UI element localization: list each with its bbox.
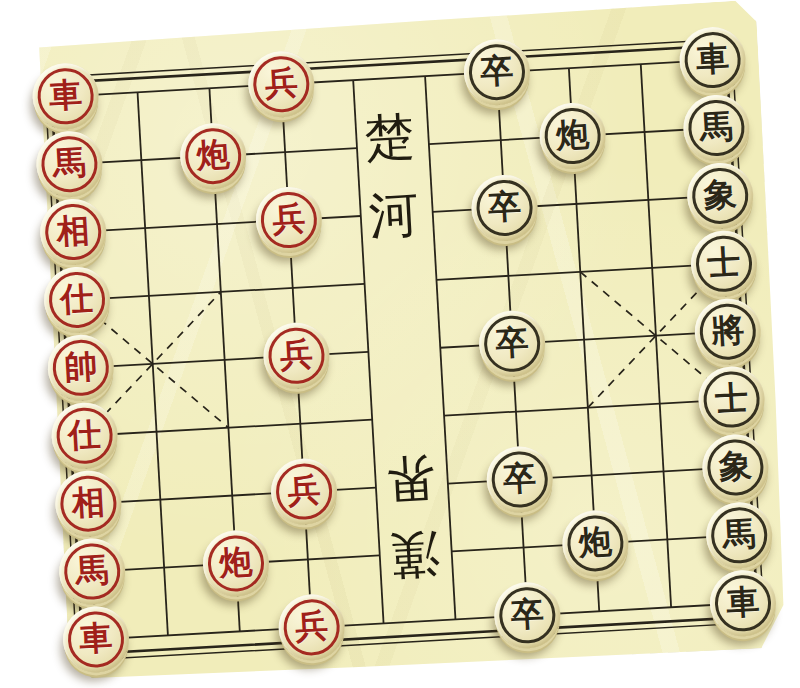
piece-character: 車 — [726, 585, 761, 620]
piece-character: 卒 — [502, 461, 537, 496]
piece-black-horse[interactable]: 馬 — [682, 93, 752, 163]
piece-character: 炮 — [555, 118, 590, 153]
piece-character: 兵 — [264, 66, 299, 101]
piece-character: 卒 — [510, 597, 545, 632]
piece-black-chariot[interactable]: 車 — [678, 25, 748, 95]
piece-red-cannon[interactable]: 炮 — [178, 121, 248, 191]
piece-character: 帥 — [63, 349, 98, 384]
piece-character: 相 — [56, 214, 91, 249]
piece-character: 車 — [695, 42, 730, 77]
piece-red-general[interactable]: 帥 — [46, 333, 116, 403]
piece-character: 象 — [703, 177, 738, 212]
piece-red-soldier[interactable]: 兵 — [247, 49, 317, 119]
piece-character: 兵 — [294, 609, 329, 644]
piece-black-advisor[interactable]: 士 — [689, 229, 759, 299]
piece-black-general[interactable]: 將 — [693, 297, 763, 367]
photo-scene: 楚 河 漢 界 車 馬 相 仕 帥 仕 相 馬 車 炮 炮 — [0, 0, 800, 688]
piece-red-soldier[interactable]: 兵 — [277, 593, 347, 663]
piece-red-chariot[interactable]: 車 — [61, 605, 131, 675]
pieces-layer: 車 馬 相 仕 帥 仕 相 馬 車 炮 炮 兵 兵 兵 兵 — [0, 0, 800, 688]
piece-character: 馬 — [699, 110, 734, 145]
piece-red-soldier[interactable]: 兵 — [262, 321, 332, 391]
piece-black-cannon[interactable]: 炮 — [561, 509, 631, 579]
piece-character: 將 — [710, 313, 745, 348]
piece-character: 兵 — [271, 202, 306, 237]
piece-black-horse[interactable]: 馬 — [704, 501, 774, 571]
piece-red-horse[interactable]: 馬 — [35, 129, 105, 199]
board-tilt-group: 楚 河 漢 界 車 馬 相 仕 帥 仕 相 馬 車 炮 炮 — [0, 0, 800, 688]
piece-character: 炮 — [196, 138, 231, 173]
piece-red-soldier[interactable]: 兵 — [254, 185, 324, 255]
piece-character: 仕 — [60, 282, 95, 317]
piece-red-elephant[interactable]: 相 — [54, 469, 124, 539]
piece-character: 馬 — [75, 553, 110, 588]
piece-character: 卒 — [480, 54, 515, 89]
piece-character: 馬 — [52, 146, 87, 181]
piece-red-soldier[interactable]: 兵 — [269, 457, 339, 527]
piece-character: 士 — [707, 245, 742, 280]
piece-red-cannon[interactable]: 炮 — [201, 529, 271, 599]
piece-red-advisor[interactable]: 仕 — [42, 265, 112, 335]
piece-black-soldier[interactable]: 卒 — [470, 173, 540, 243]
piece-black-soldier[interactable]: 卒 — [477, 309, 547, 379]
piece-red-advisor[interactable]: 仕 — [50, 401, 120, 471]
piece-character: 兵 — [279, 337, 314, 372]
piece-red-chariot[interactable]: 車 — [31, 61, 101, 131]
piece-character: 炮 — [219, 545, 254, 580]
piece-red-elephant[interactable]: 相 — [38, 197, 108, 267]
piece-black-soldier[interactable]: 卒 — [493, 581, 563, 651]
piece-black-soldier[interactable]: 卒 — [485, 445, 555, 515]
piece-character: 兵 — [287, 473, 322, 508]
piece-character: 炮 — [578, 525, 613, 560]
piece-character: 士 — [714, 381, 749, 416]
piece-character: 仕 — [67, 417, 102, 452]
piece-red-horse[interactable]: 馬 — [57, 537, 127, 607]
piece-character: 卒 — [487, 190, 522, 225]
piece-character: 馬 — [722, 517, 757, 552]
piece-black-soldier[interactable]: 卒 — [462, 37, 532, 107]
piece-character: 相 — [71, 485, 106, 520]
piece-character: 車 — [79, 621, 114, 656]
piece-black-chariot[interactable]: 車 — [708, 568, 778, 638]
piece-character: 卒 — [495, 325, 530, 360]
piece-black-advisor[interactable]: 士 — [697, 365, 767, 435]
piece-character: 車 — [48, 78, 83, 113]
piece-black-elephant[interactable]: 象 — [685, 161, 755, 231]
piece-character: 象 — [718, 449, 753, 484]
piece-black-cannon[interactable]: 炮 — [538, 101, 608, 171]
piece-black-elephant[interactable]: 象 — [701, 433, 771, 503]
